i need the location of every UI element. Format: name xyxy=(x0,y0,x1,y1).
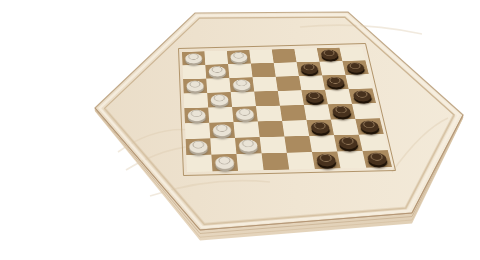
square-r6c5[interactable] xyxy=(282,120,309,136)
white-piece[interactable]: ● xyxy=(207,91,232,106)
piece-ring-groove xyxy=(218,156,230,164)
square-r8c7[interactable] xyxy=(337,151,366,168)
white-piece[interactable]: ● xyxy=(182,50,205,64)
white-piece[interactable]: ● xyxy=(227,49,251,63)
square-r4c6[interactable]: ● xyxy=(301,90,328,105)
square-r5c4[interactable] xyxy=(256,106,282,122)
checkers-board: ●●●●●●●●●●●●●●●●●●●●●●●● xyxy=(182,47,392,172)
square-r4c5[interactable] xyxy=(278,90,304,105)
square-r8c6[interactable]: ● xyxy=(312,151,341,168)
piece-ring-groove xyxy=(303,64,315,71)
piece-ring-groove xyxy=(189,81,200,88)
white-piece[interactable]: ● xyxy=(232,105,258,121)
square-r8c3[interactable] xyxy=(236,153,263,170)
white-piece[interactable]: ● xyxy=(186,137,212,154)
square-r3c5[interactable] xyxy=(276,76,302,91)
square-r1c4[interactable] xyxy=(249,50,273,64)
white-piece[interactable]: ● xyxy=(229,76,254,91)
dark-piece[interactable]: ● xyxy=(322,73,348,88)
white-piece[interactable]: ● xyxy=(183,77,207,92)
square-r8c1[interactable] xyxy=(186,155,212,172)
dark-piece[interactable]: ● xyxy=(306,118,333,134)
square-r8c4[interactable] xyxy=(262,153,290,170)
square-r7c1[interactable]: ● xyxy=(186,138,212,155)
square-r8c2[interactable]: ● xyxy=(211,154,238,171)
piece-ring-groove xyxy=(233,52,244,58)
piece-ring-groove xyxy=(335,106,348,113)
square-r6c4[interactable] xyxy=(258,121,285,137)
square-r6c2[interactable]: ● xyxy=(209,122,235,138)
piece-ring-groove xyxy=(362,121,375,129)
square-r8c5[interactable] xyxy=(287,152,315,169)
square-r2c8[interactable]: ● xyxy=(342,60,368,74)
square-r5c1[interactable]: ● xyxy=(184,108,209,124)
product-photo-scene: ●●●●●●●●●●●●●●●●●●●●●●●● xyxy=(0,0,480,260)
piece-ring-groove xyxy=(355,91,368,98)
dark-piece[interactable]: ● xyxy=(334,133,362,150)
square-r3c7[interactable]: ● xyxy=(322,75,348,90)
piece-ring-groove xyxy=(329,77,341,84)
dark-piece[interactable]: ● xyxy=(362,148,391,165)
square-r2c4[interactable] xyxy=(251,63,276,77)
dark-piece[interactable]: ● xyxy=(296,60,322,74)
square-r1c7[interactable]: ● xyxy=(317,48,343,62)
square-r5c7[interactable]: ● xyxy=(328,104,355,120)
dark-piece[interactable]: ● xyxy=(328,102,355,118)
square-r5c5[interactable] xyxy=(280,105,307,121)
dark-piece[interactable]: ● xyxy=(301,88,327,103)
piece-ring-groove xyxy=(349,62,361,69)
square-r4c2[interactable]: ● xyxy=(207,92,232,107)
square-r7c5[interactable] xyxy=(284,136,312,153)
square-r2c5[interactable] xyxy=(274,62,299,76)
square-r4c4[interactable] xyxy=(254,91,280,106)
square-r2c2[interactable]: ● xyxy=(205,64,229,78)
dark-piece[interactable]: ● xyxy=(355,117,383,133)
piece-ring-groove xyxy=(191,110,203,117)
square-r2c6[interactable]: ● xyxy=(297,62,323,76)
piece-ring-groove xyxy=(323,50,335,56)
white-piece[interactable]: ● xyxy=(184,106,209,122)
square-r8c8[interactable]: ● xyxy=(362,150,392,167)
white-piece[interactable]: ● xyxy=(209,120,235,136)
square-r7c3[interactable]: ● xyxy=(235,137,262,154)
square-r3c1[interactable]: ● xyxy=(183,79,207,94)
square-r1c3[interactable]: ● xyxy=(227,50,251,64)
piece-ring-groove xyxy=(216,124,228,132)
dark-piece[interactable]: ● xyxy=(312,150,340,167)
dark-piece[interactable]: ● xyxy=(348,87,375,102)
square-r1c1[interactable]: ● xyxy=(182,51,205,65)
square-r4c8[interactable]: ● xyxy=(349,88,376,103)
piece-ring-groove xyxy=(370,153,384,161)
piece-ring-groove xyxy=(242,140,254,148)
white-piece[interactable]: ● xyxy=(211,152,238,169)
square-r3c3[interactable]: ● xyxy=(229,77,254,92)
piece-ring-groove xyxy=(313,122,326,130)
white-piece[interactable]: ● xyxy=(205,63,229,77)
square-r1c5[interactable] xyxy=(272,49,297,63)
white-piece[interactable]: ● xyxy=(235,135,262,152)
square-r6c8[interactable]: ● xyxy=(355,118,383,134)
piece-ring-groove xyxy=(319,154,332,162)
square-r7c4[interactable] xyxy=(260,136,287,153)
square-r6c6[interactable]: ● xyxy=(307,120,335,136)
square-r7c7[interactable]: ● xyxy=(334,135,362,152)
piece-ring-groove xyxy=(308,92,320,99)
piece-ring-groove xyxy=(239,109,251,116)
dark-piece[interactable]: ● xyxy=(342,59,368,73)
piece-ring-groove xyxy=(214,94,226,101)
piece-ring-groove xyxy=(212,66,223,73)
dark-piece[interactable]: ● xyxy=(317,46,343,60)
piece-ring-groove xyxy=(188,53,199,59)
piece-ring-groove xyxy=(236,79,248,86)
square-r5c3[interactable]: ● xyxy=(232,106,258,122)
piece-ring-groove xyxy=(341,137,354,145)
square-r3c4[interactable] xyxy=(253,77,278,92)
piece-ring-groove xyxy=(192,141,204,149)
